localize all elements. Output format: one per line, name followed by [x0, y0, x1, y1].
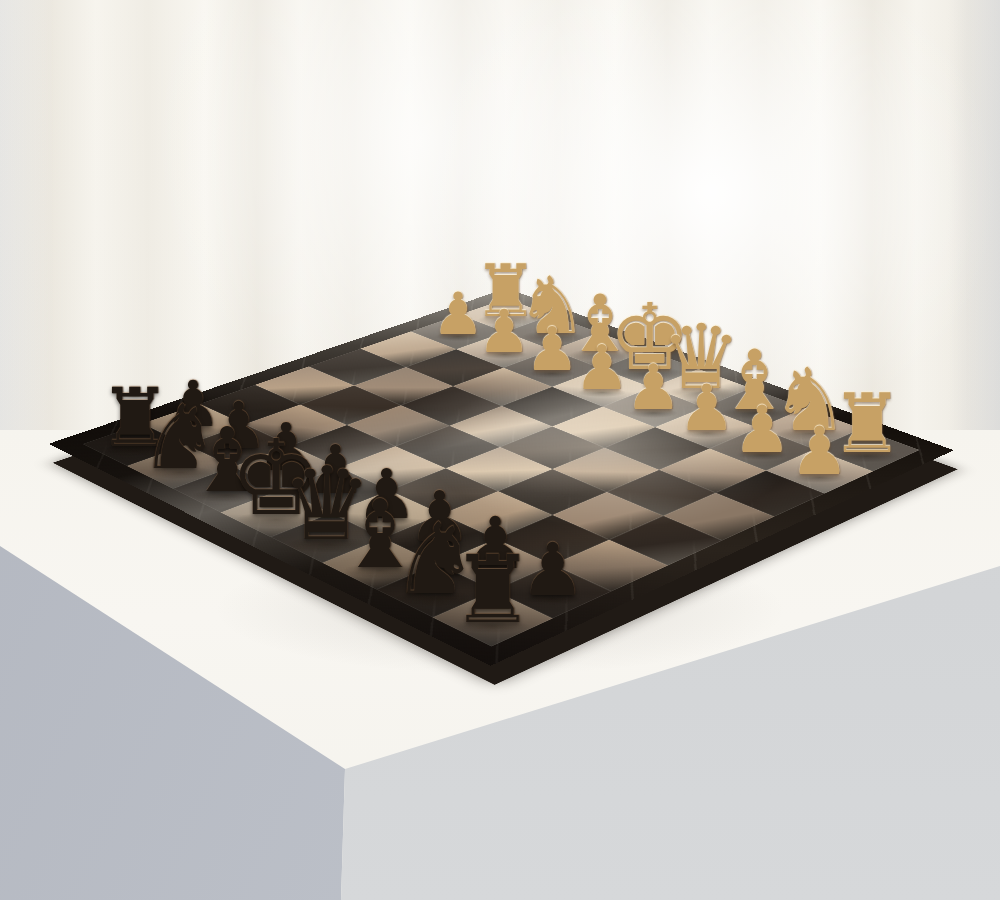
piece-black-rook-a8[interactable]: ♜ [446, 543, 540, 637]
piece-white-pawn-a2[interactable]: ♟ [786, 418, 852, 484]
product-photo-scene: ♜♜♟♟♞♞♟♟♝♝♟♟♚♚♟♟♛♛♟♟♝♝♟♟♟♟♞♞♜♜♟♟♟♟♜♜♞♞♟♟… [0, 0, 1000, 900]
piece-white-pawn-b2[interactable]: ♟ [729, 397, 794, 462]
